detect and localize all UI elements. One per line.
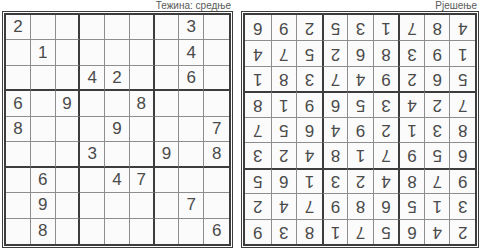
solution-grid: 2465718393156897429784231656597184238312…: [243, 13, 477, 246]
puzzle-cell-r3c5: 2: [105, 66, 130, 91]
puzzle-cell-r9c3: [56, 219, 81, 244]
solution-cell-r6c8: 1: [271, 91, 297, 116]
solution-cell-r6c1: 7: [449, 91, 475, 116]
solution-cell-r1c3: 6: [398, 219, 424, 244]
solution-cell-r6c2: 2: [424, 91, 450, 116]
puzzle-cell-r5c6: [130, 117, 155, 142]
solution-cell-r6c4: 3: [373, 91, 399, 116]
solution-cell-r8c7: 5: [296, 40, 322, 65]
puzzle-cell-r2c2: 1: [31, 40, 56, 65]
solution-cell-r9c2: 8: [424, 15, 450, 40]
solution-cell-r4c7: 4: [296, 142, 322, 167]
solution-cell-r3c7: 1: [296, 168, 322, 193]
puzzle-cell-r4c7: [155, 91, 180, 116]
solution-cell-r3c6: 3: [322, 168, 348, 193]
solution-cell-r2c2: 1: [424, 193, 450, 218]
solution-cell-r7c5: 4: [347, 66, 373, 91]
puzzle-cell-r5c1: 8: [6, 117, 31, 142]
solution-cell-r9c1: 4: [449, 15, 475, 40]
solution-cell-r9c4: 1: [373, 15, 399, 40]
solution-cell-r8c2: 9: [424, 40, 450, 65]
solution-cell-r2c1: 3: [449, 193, 475, 218]
puzzle-cell-r6c7: 9: [155, 142, 180, 167]
solution-cell-r1c1: 2: [449, 219, 475, 244]
solution-cell-r3c2: 7: [424, 168, 450, 193]
puzzle-cell-r9c5: [105, 219, 130, 244]
puzzle-cell-r3c3: [56, 66, 81, 91]
puzzle-cell-r8c8: 7: [179, 193, 204, 218]
solution-cell-r8c5: 6: [347, 40, 373, 65]
solution-cell-r8c9: 4: [245, 40, 271, 65]
sudoku-page: Тежина: средње 23144266988973986479786 Р…: [0, 0, 481, 249]
solution-cell-r4c5: 1: [347, 142, 373, 167]
solution-cell-r3c8: 6: [271, 168, 297, 193]
solution-panel: Рјешење 24657183931568974297842316565971…: [241, 0, 479, 249]
puzzle-cell-r7c2: 6: [31, 168, 56, 193]
puzzle-cell-r9c1: [6, 219, 31, 244]
solution-cell-r1c9: 9: [245, 219, 271, 244]
puzzle-cell-r7c9: [204, 168, 229, 193]
puzzle-cell-r1c6: [130, 15, 155, 40]
solution-cell-r5c1: 8: [449, 117, 475, 142]
puzzle-cell-r5c8: [179, 117, 204, 142]
puzzle-cell-r4c6: 8: [130, 91, 155, 116]
puzzle-cell-r1c3: [56, 15, 81, 40]
solution-cell-r2c4: 6: [373, 193, 399, 218]
puzzle-difficulty-label: Тежина: средње: [2, 0, 233, 11]
puzzle-cell-r4c8: [179, 91, 204, 116]
puzzle-cell-r2c1: [6, 40, 31, 65]
puzzle-cell-r2c4: [80, 40, 105, 65]
solution-cell-r3c9: 5: [245, 168, 271, 193]
solution-cell-r8c8: 7: [271, 40, 297, 65]
solution-cell-r3c5: 2: [347, 168, 373, 193]
puzzle-cell-r7c6: 7: [130, 168, 155, 193]
solution-cell-r5c8: 5: [271, 117, 297, 142]
puzzle-cell-r1c7: [155, 15, 180, 40]
puzzle-cell-r6c6: [130, 142, 155, 167]
solution-cell-r5c4: 2: [373, 117, 399, 142]
puzzle-cell-r7c7: [155, 168, 180, 193]
solution-cell-r3c3: 8: [398, 168, 424, 193]
puzzle-cell-r2c9: [204, 40, 229, 65]
solution-cell-r5c7: 6: [296, 117, 322, 142]
puzzle-cell-r8c7: [155, 193, 180, 218]
puzzle-cell-r4c1: 6: [6, 91, 31, 116]
puzzle-cell-r6c3: [56, 142, 81, 167]
puzzle-cell-r3c2: [31, 66, 56, 91]
solution-cell-r4c6: 8: [322, 142, 348, 167]
solution-cell-r5c3: 1: [398, 117, 424, 142]
solution-cell-r4c3: 9: [398, 142, 424, 167]
puzzle-cell-r2c8: 4: [179, 40, 204, 65]
puzzle-cell-r8c6: [130, 193, 155, 218]
solution-cell-r8c4: 8: [373, 40, 399, 65]
solution-cell-r3c4: 4: [373, 168, 399, 193]
puzzle-cell-r4c3: 9: [56, 91, 81, 116]
solution-cell-r3c1: 9: [449, 168, 475, 193]
solution-cell-r1c6: 1: [322, 219, 348, 244]
puzzle-cell-r2c3: [56, 40, 81, 65]
puzzle-cell-r6c8: [179, 142, 204, 167]
puzzle-cell-r8c2: 9: [31, 193, 56, 218]
puzzle-cell-r8c5: [105, 193, 130, 218]
puzzle-cell-r3c7: [155, 66, 180, 91]
solution-cell-r6c5: 5: [347, 91, 373, 116]
puzzle-cell-r4c4: [80, 91, 105, 116]
puzzle-cell-r9c6: [130, 219, 155, 244]
solution-cell-r7c2: 6: [424, 66, 450, 91]
puzzle-grid: 23144266988973986479786: [4, 13, 231, 246]
puzzle-cell-r1c1: 2: [6, 15, 31, 40]
puzzle-cell-r2c7: [155, 40, 180, 65]
puzzle-cell-r8c1: [6, 193, 31, 218]
puzzle-cell-r3c1: [6, 66, 31, 91]
solution-cell-r5c2: 3: [424, 117, 450, 142]
puzzle-cell-r6c9: 8: [204, 142, 229, 167]
solution-cell-r5c6: 4: [322, 117, 348, 142]
solution-cell-r1c5: 7: [347, 219, 373, 244]
solution-cell-r6c6: 6: [322, 91, 348, 116]
solution-cell-r4c8: 2: [271, 142, 297, 167]
puzzle-cell-r4c2: [31, 91, 56, 116]
solution-cell-r4c9: 3: [245, 142, 271, 167]
solution-cell-r9c5: 3: [347, 15, 373, 40]
puzzle-cell-r8c9: [204, 193, 229, 218]
solution-cell-r9c3: 7: [398, 15, 424, 40]
puzzle-cell-r3c8: 6: [179, 66, 204, 91]
puzzle-cell-r5c4: [80, 117, 105, 142]
solution-cell-r7c1: 5: [449, 66, 475, 91]
solution-cell-r6c9: 8: [245, 91, 271, 116]
puzzle-cell-r5c3: [56, 117, 81, 142]
puzzle-cell-r9c8: [179, 219, 204, 244]
solution-cell-r2c7: 7: [296, 193, 322, 218]
puzzle-cell-r6c1: [6, 142, 31, 167]
puzzle-cell-r7c5: 4: [105, 168, 130, 193]
solution-cell-r1c4: 5: [373, 219, 399, 244]
solution-cell-r2c8: 4: [271, 193, 297, 218]
solution-cell-r1c2: 4: [424, 219, 450, 244]
puzzle-cell-r2c6: [130, 40, 155, 65]
puzzle-cell-r4c5: [105, 91, 130, 116]
solution-cell-r7c4: 9: [373, 66, 399, 91]
puzzle-panel: Тежина: средње 23144266988973986479786: [2, 0, 233, 249]
puzzle-cell-r1c8: 3: [179, 15, 204, 40]
puzzle-cell-r9c9: 6: [204, 219, 229, 244]
puzzle-cell-r9c4: [80, 219, 105, 244]
puzzle-cell-r8c4: [80, 193, 105, 218]
puzzle-cell-r6c4: 3: [80, 142, 105, 167]
solution-cell-r9c7: 2: [296, 15, 322, 40]
solution-cell-r7c8: 8: [271, 66, 297, 91]
solution-cell-r8c1: 1: [449, 40, 475, 65]
solution-cell-r2c6: 9: [322, 193, 348, 218]
solution-cell-r7c7: 3: [296, 66, 322, 91]
puzzle-cell-r2c5: [105, 40, 130, 65]
puzzle-cell-r5c5: 9: [105, 117, 130, 142]
solution-cell-r9c8: 9: [271, 15, 297, 40]
solution-cell-r4c4: 7: [373, 142, 399, 167]
puzzle-cell-r5c7: [155, 117, 180, 142]
puzzle-cell-r7c4: [80, 168, 105, 193]
solution-cell-r8c6: 2: [322, 40, 348, 65]
puzzle-cell-r3c4: 4: [80, 66, 105, 91]
puzzle-board-frame: 23144266988973986479786: [2, 11, 233, 248]
solution-cell-r2c9: 2: [245, 193, 271, 218]
solution-cell-r5c9: 7: [245, 117, 271, 142]
solution-cell-r2c3: 5: [398, 193, 424, 218]
puzzle-cell-r3c6: [130, 66, 155, 91]
solution-cell-r9c9: 6: [245, 15, 271, 40]
solution-cell-r1c7: 8: [296, 219, 322, 244]
puzzle-cell-r6c5: [105, 142, 130, 167]
puzzle-cell-r6c2: [31, 142, 56, 167]
puzzle-cell-r5c2: [31, 117, 56, 142]
puzzle-cell-r1c9: [204, 15, 229, 40]
puzzle-cell-r1c2: [31, 15, 56, 40]
solution-board-frame: 2465718393156897429784231656597184238312…: [241, 11, 479, 248]
puzzle-cell-r5c9: 7: [204, 117, 229, 142]
solution-label: Рјешење: [241, 0, 479, 11]
solution-cell-r7c3: 2: [398, 66, 424, 91]
puzzle-cell-r4c9: [204, 91, 229, 116]
solution-cell-r6c3: 4: [398, 91, 424, 116]
solution-cell-r6c7: 9: [296, 91, 322, 116]
solution-cell-r1c8: 3: [271, 219, 297, 244]
solution-cell-r4c2: 5: [424, 142, 450, 167]
solution-cell-r2c5: 8: [347, 193, 373, 218]
puzzle-cell-r7c3: [56, 168, 81, 193]
solution-cell-r5c5: 9: [347, 117, 373, 142]
solution-cell-r7c6: 7: [322, 66, 348, 91]
solution-cell-r8c3: 3: [398, 40, 424, 65]
solution-cell-r9c6: 5: [322, 15, 348, 40]
puzzle-cell-r7c1: [6, 168, 31, 193]
puzzle-cell-r9c2: 8: [31, 219, 56, 244]
puzzle-cell-r3c9: [204, 66, 229, 91]
puzzle-cell-r1c4: [80, 15, 105, 40]
puzzle-cell-r1c5: [105, 15, 130, 40]
puzzle-cell-r8c3: [56, 193, 81, 218]
solution-cell-r7c9: 1: [245, 66, 271, 91]
puzzle-cell-r9c7: [155, 219, 180, 244]
solution-cell-r4c1: 6: [449, 142, 475, 167]
puzzle-cell-r7c8: [179, 168, 204, 193]
